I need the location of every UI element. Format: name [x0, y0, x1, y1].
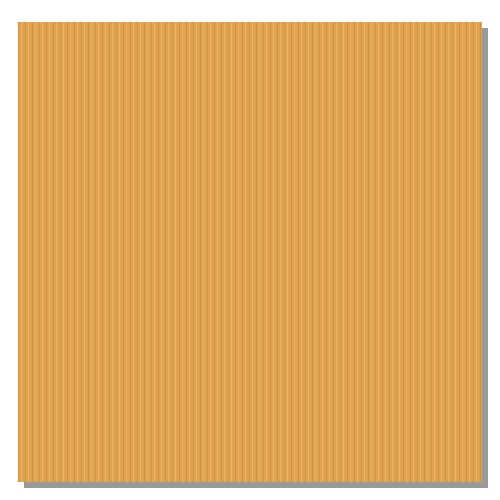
go-board[interactable]: [18, 22, 482, 482]
